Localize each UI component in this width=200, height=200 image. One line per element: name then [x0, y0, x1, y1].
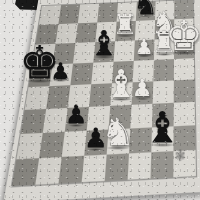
photo-scene: ❃ ♞♜♞♝♟♜♚♚♟♝♟♟♟♞♝ — [0, 0, 200, 200]
piece-black-bishop[interactable]: ♝ — [87, 26, 121, 60]
piece-black-pawn[interactable]: ♟ — [49, 60, 72, 83]
piece-black-bishop[interactable]: ♝ — [141, 107, 183, 149]
pieces-layer: ♞♜♞♝♟♜♚♚♟♝♟♟♟♞♝ — [0, 0, 200, 200]
piece-white-pawn[interactable]: ♟ — [130, 77, 154, 101]
piece-white-knight[interactable]: ♞ — [99, 113, 137, 151]
piece-white-king[interactable]: ♚ — [163, 15, 200, 57]
